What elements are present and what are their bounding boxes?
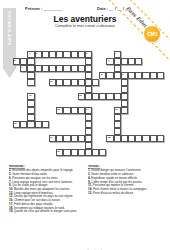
crossword-cell[interactable]: [85, 149, 92, 156]
crossword-cell[interactable]: [56, 51, 63, 58]
crossword-cell[interactable]: [27, 107, 34, 114]
crossword-cell[interactable]: [49, 65, 56, 72]
crossword-cell[interactable]: [128, 58, 135, 65]
clue-number: 1: [29, 52, 30, 54]
crossword-cell[interactable]: [114, 65, 121, 72]
clue-number: 2: [36, 52, 37, 54]
crossword-grid: 12345678910111213141516171819: [13, 51, 164, 156]
crossword-cell[interactable]: [85, 128, 92, 135]
crossword-cell[interactable]: 4: [114, 51, 121, 58]
crossword-cell[interactable]: [106, 72, 113, 79]
crossword-cell[interactable]: 12: [78, 93, 85, 100]
clue-number: 12: [79, 94, 82, 96]
crossword-cell[interactable]: 19: [56, 149, 63, 156]
clue-number: 5: [14, 59, 15, 61]
crossword-cell[interactable]: 2: [35, 51, 42, 58]
crossword-cell[interactable]: [78, 79, 85, 86]
across-clues: Horizontal : 2. Ensemble des objets empo…: [9, 165, 87, 214]
crossword-cell[interactable]: [142, 135, 149, 142]
date-month-line[interactable]: [117, 7, 122, 11]
clue-number: 10: [50, 80, 53, 82]
across-clues-list: 2. Ensemble des objets emportés pour le …: [9, 169, 87, 213]
page-subtitle: Complète le mot croisé ci-dessous: [37, 24, 132, 28]
crossword-cell[interactable]: [85, 65, 92, 72]
crossword-cell[interactable]: [128, 72, 135, 79]
crossword-cell[interactable]: [27, 114, 34, 121]
crossword-cell[interactable]: 18: [106, 135, 113, 142]
across-clues-title: Horizontal :: [9, 165, 87, 168]
clue-number: 16: [14, 122, 17, 124]
crossword-cell[interactable]: [20, 58, 27, 65]
crossword-cell[interactable]: [135, 135, 142, 142]
crossword-cell[interactable]: 11: [27, 93, 34, 100]
crossword-cell[interactable]: 16: [13, 121, 20, 128]
crossword-cell[interactable]: [27, 65, 34, 72]
crossword-cell[interactable]: [85, 86, 92, 93]
crossword-cell[interactable]: [114, 72, 121, 79]
crossword-cell[interactable]: [85, 135, 92, 142]
crossword-cell[interactable]: [121, 86, 128, 93]
crossword-cell[interactable]: [27, 121, 34, 128]
crossword-cell[interactable]: [150, 135, 157, 142]
crossword-cell[interactable]: [71, 65, 78, 72]
crossword-cell[interactable]: 3: [85, 51, 92, 58]
crossword-cell[interactable]: 1: [27, 51, 34, 58]
crossword-cell[interactable]: [99, 93, 106, 100]
crossword-cell[interactable]: [121, 107, 128, 114]
crossword-cell[interactable]: [142, 72, 149, 79]
clue-number: 11: [29, 94, 31, 96]
crossword-cell[interactable]: [63, 51, 70, 58]
level-badge-label: CM1: [147, 31, 157, 37]
down-clues-title: Vertical :: [88, 165, 166, 168]
prenom-field: Prénom :: [25, 6, 62, 11]
crossword-cell[interactable]: [49, 51, 56, 58]
crossword-cell[interactable]: [63, 135, 70, 142]
page-title: Les aventuriers: [0, 14, 170, 24]
crossword-cell[interactable]: [56, 135, 63, 142]
crossword-cell[interactable]: [78, 107, 85, 114]
crossword-cell[interactable]: [150, 72, 157, 79]
crossword-cell[interactable]: [99, 149, 106, 156]
footer: www.pass-education.fr: [0, 239, 170, 250]
prenom-label: Prénom :: [25, 6, 42, 11]
crossword-cell[interactable]: [71, 149, 78, 156]
crossword-cell[interactable]: 8: [99, 72, 106, 79]
crossword-cell[interactable]: [71, 79, 78, 86]
crossword-cell[interactable]: [27, 100, 34, 107]
crossword-cell[interactable]: [63, 79, 70, 86]
crossword-cell[interactable]: [85, 121, 92, 128]
level-badge: CM1: [144, 26, 160, 42]
crossword-cell[interactable]: [63, 149, 70, 156]
crossword-cell[interactable]: [42, 121, 49, 128]
crossword-cell[interactable]: [135, 58, 142, 65]
clue-number: 3: [86, 52, 87, 54]
crossword-cell[interactable]: [114, 58, 121, 65]
crossword-cell[interactable]: [78, 65, 85, 72]
crossword-cell[interactable]: [27, 79, 34, 86]
crossword-cell[interactable]: [63, 107, 70, 114]
clue-number: 6: [108, 59, 109, 61]
crossword-cell[interactable]: [106, 93, 113, 100]
crossword-cell[interactable]: [121, 58, 128, 65]
crossword-cell[interactable]: [121, 135, 128, 142]
crossword-cell[interactable]: [27, 72, 34, 79]
crossword-cell[interactable]: 14: [85, 107, 92, 114]
crossword-cell[interactable]: [92, 93, 99, 100]
crossword-cell[interactable]: [114, 93, 121, 100]
crossword-cell[interactable]: [114, 114, 121, 121]
date-field: Date : / /: [97, 6, 129, 11]
crossword-cell[interactable]: 17: [49, 135, 56, 142]
crossword-cell[interactable]: [85, 142, 92, 149]
clue-number: 7: [21, 66, 22, 68]
crossword-cell[interactable]: [121, 100, 128, 107]
crossword-cell[interactable]: [35, 65, 42, 72]
date-year-line[interactable]: [125, 7, 130, 11]
clue-number: 9: [122, 73, 123, 75]
crossword-cell[interactable]: 9: [121, 72, 128, 79]
down-clues: Vertical : 1. Grand danger qui menace l'…: [88, 165, 166, 195]
crossword-cell[interactable]: [56, 65, 63, 72]
crossword-cell[interactable]: 10: [49, 79, 56, 86]
crossword-cell[interactable]: [71, 135, 78, 142]
crossword-cell[interactable]: 15: [114, 107, 121, 114]
crossword-cell[interactable]: [85, 114, 92, 121]
prenom-input-line[interactable]: [43, 7, 62, 11]
crossword-cell[interactable]: [56, 79, 63, 86]
crossword-cell[interactable]: [63, 65, 70, 72]
clue-number: 8: [101, 73, 102, 75]
crossword-cell[interactable]: [114, 128, 121, 135]
crossword-cell[interactable]: [35, 121, 42, 128]
crossword-cell[interactable]: [92, 149, 99, 156]
crossword-cell[interactable]: [92, 79, 99, 86]
crossword-cell[interactable]: [20, 121, 27, 128]
date-day-line[interactable]: [109, 7, 114, 11]
crossword-cell[interactable]: [121, 79, 128, 86]
date-label: Date :: [97, 6, 108, 11]
crossword-cell[interactable]: [71, 107, 78, 114]
crossword-cell[interactable]: [85, 93, 92, 100]
crossword-cell[interactable]: [114, 121, 121, 128]
clue-number: 17: [50, 136, 53, 138]
clue-number: 19: [57, 150, 60, 152]
crossword-cell[interactable]: [128, 135, 135, 142]
down-clues-list: 1. Grand danger qui menace l'aventurier.…: [88, 169, 166, 195]
crossword-cell[interactable]: 6: [106, 58, 113, 65]
clue-number: 14: [86, 108, 89, 110]
crossword-cell[interactable]: [85, 79, 92, 86]
crossword-cell[interactable]: [157, 72, 164, 79]
clue-number: 15: [115, 108, 118, 110]
crossword-cell[interactable]: [78, 149, 85, 156]
clue-item: 15. Point d'eau au milieu du désert.: [88, 191, 166, 194]
crossword-cell[interactable]: [78, 135, 85, 142]
crossword-cell[interactable]: [78, 51, 85, 58]
crossword-cell[interactable]: [157, 135, 164, 142]
crossword-cell[interactable]: [85, 72, 92, 79]
crossword-cell[interactable]: [114, 135, 121, 142]
crossword-cell[interactable]: 7: [20, 65, 27, 72]
clue-number: 18: [108, 136, 111, 138]
crossword-cell[interactable]: [42, 65, 49, 72]
clue-number: 13: [57, 108, 60, 110]
crossword-cell[interactable]: [42, 51, 49, 58]
clue-item: 19. Qualité de celui qui affronte le dan…: [9, 210, 87, 213]
crossword-cell[interactable]: [27, 58, 34, 65]
crossword-cell[interactable]: [71, 51, 78, 58]
crossword-cell[interactable]: [135, 72, 142, 79]
crossword-cell[interactable]: [85, 58, 92, 65]
crossword-cell[interactable]: 13: [56, 107, 63, 114]
clue-number: 4: [115, 52, 116, 54]
crossword-cell[interactable]: 5: [13, 58, 20, 65]
crossword-cell[interactable]: [121, 93, 128, 100]
